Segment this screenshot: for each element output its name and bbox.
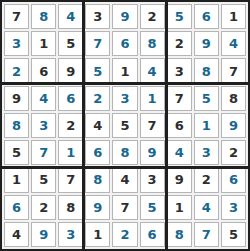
cell-r3c4[interactable]: 5 [85,58,110,83]
cell-r6c2[interactable]: 7 [31,140,56,165]
cell-r7c5[interactable]: 4 [112,167,137,192]
cell-r4c2[interactable]: 4 [31,86,56,111]
cell-r8c4[interactable]: 9 [85,195,110,220]
cell-r2c4[interactable]: 7 [85,31,110,56]
cell-r7c9[interactable]: 6 [221,167,246,192]
cell-r3c3[interactable]: 9 [58,58,83,83]
cell-r7c1[interactable]: 1 [4,167,29,192]
cell-r9c4[interactable]: 1 [85,222,110,247]
cell-r3c1[interactable]: 2 [4,58,29,83]
cell-r6c5[interactable]: 8 [112,140,137,165]
cell-r9c5[interactable]: 2 [112,222,137,247]
cell-r3c9[interactable]: 7 [221,58,246,83]
cell-r8c5[interactable]: 7 [112,195,137,220]
cell-r2c9[interactable]: 4 [221,31,246,56]
cell-r7c6[interactable]: 3 [140,167,165,192]
cell-r5c5[interactable]: 5 [112,113,137,138]
cell-r2c7[interactable]: 2 [167,31,192,56]
cell-r2c1[interactable]: 3 [4,31,29,56]
cell-r6c6[interactable]: 9 [140,140,165,165]
cell-r4c8[interactable]: 5 [194,86,219,111]
cell-r1c5[interactable]: 9 [112,4,137,29]
cell-r2c2[interactable]: 1 [31,31,56,56]
cell-r9c9[interactable]: 5 [221,222,246,247]
cell-r5c2[interactable]: 3 [31,113,56,138]
cell-r4c7[interactable]: 7 [167,86,192,111]
cell-r9c2[interactable]: 9 [31,222,56,247]
cell-r1c4[interactable]: 3 [85,4,110,29]
box-separator-vertical-1 [82,2,85,249]
cell-r8c2[interactable]: 2 [31,195,56,220]
cell-r5c3[interactable]: 2 [58,113,83,138]
cell-r5c6[interactable]: 7 [140,113,165,138]
cell-r3c7[interactable]: 3 [167,58,192,83]
cell-r1c2[interactable]: 8 [31,4,56,29]
cell-r2c5[interactable]: 6 [112,31,137,56]
cell-r3c8[interactable]: 8 [194,58,219,83]
cell-r5c4[interactable]: 4 [85,113,110,138]
cell-r9c3[interactable]: 3 [58,222,83,247]
cell-r1c3[interactable]: 4 [58,4,83,29]
cell-r6c8[interactable]: 3 [194,140,219,165]
sudoku-board: 7843925613157682942695143879462317588324… [0,0,250,251]
cell-r5c8[interactable]: 1 [194,113,219,138]
cell-r6c1[interactable]: 5 [4,140,29,165]
cell-r7c8[interactable]: 2 [194,167,219,192]
cell-r9c8[interactable]: 7 [194,222,219,247]
cell-r5c1[interactable]: 8 [4,113,29,138]
cell-r8c7[interactable]: 1 [167,195,192,220]
cell-r6c3[interactable]: 1 [58,140,83,165]
cell-r7c7[interactable]: 9 [167,167,192,192]
cell-r2c8[interactable]: 9 [194,31,219,56]
cell-r1c7[interactable]: 5 [167,4,192,29]
cell-r2c3[interactable]: 5 [58,31,83,56]
box-separator-horizontal-1 [2,82,248,85]
cell-r1c8[interactable]: 6 [194,4,219,29]
cell-r4c6[interactable]: 1 [140,86,165,111]
cell-r6c7[interactable]: 4 [167,140,192,165]
cell-r3c5[interactable]: 1 [112,58,137,83]
cell-r8c6[interactable]: 5 [140,195,165,220]
cell-r7c2[interactable]: 5 [31,167,56,192]
cell-r6c4[interactable]: 6 [85,140,110,165]
cell-r1c9[interactable]: 1 [221,4,246,29]
cell-r4c1[interactable]: 9 [4,86,29,111]
cell-r8c1[interactable]: 6 [4,195,29,220]
cell-r1c6[interactable]: 2 [140,4,165,29]
cell-r5c7[interactable]: 6 [167,113,192,138]
cell-r4c3[interactable]: 6 [58,86,83,111]
cell-r7c3[interactable]: 7 [58,167,83,192]
box-separator-horizontal-2 [2,166,248,169]
cell-r1c1[interactable]: 7 [4,4,29,29]
cell-r8c9[interactable]: 3 [221,195,246,220]
cell-r4c5[interactable]: 3 [112,86,137,111]
cell-r2c6[interactable]: 8 [140,31,165,56]
cell-r3c2[interactable]: 6 [31,58,56,83]
cell-r7c4[interactable]: 8 [85,167,110,192]
cell-r9c1[interactable]: 4 [4,222,29,247]
cell-r8c8[interactable]: 4 [194,195,219,220]
cell-r3c6[interactable]: 4 [140,58,165,83]
cell-r8c3[interactable]: 8 [58,195,83,220]
cell-r9c6[interactable]: 6 [140,222,165,247]
cell-r5c9[interactable]: 9 [221,113,246,138]
cell-r4c4[interactable]: 2 [85,86,110,111]
cell-r6c9[interactable]: 2 [221,140,246,165]
box-separator-vertical-2 [165,2,168,249]
cell-r4c9[interactable]: 8 [221,86,246,111]
cell-r9c7[interactable]: 8 [167,222,192,247]
